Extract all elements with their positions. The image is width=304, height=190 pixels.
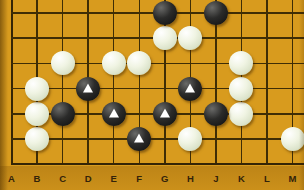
coordinate-label-F: F [136,173,142,184]
coordinate-label-A: A [8,173,15,184]
marked-black-stone-D4 [76,77,100,101]
marked-black-stone-H4 [178,77,202,101]
grid-vertical-line [266,0,268,165]
white-stone-E5 [102,51,126,75]
coordinate-label-J: J [213,173,218,184]
black-stone-J3 [204,102,228,126]
white-stone-G6 [153,26,177,50]
triangle-marker-icon [134,134,144,143]
grid-vertical-line [11,0,13,165]
coordinate-label-G: G [161,173,168,184]
coordinate-label-L: L [264,173,270,184]
grid-horizontal-line [11,88,304,90]
marked-black-stone-F2 [127,127,151,151]
coordinate-label-H: H [187,173,194,184]
go-app-screenshot: ABCDEFGHJKLM [0,0,304,190]
black-stone-G7 [153,1,177,25]
coordinate-label-C: C [59,173,66,184]
white-stone-M2 [281,127,304,151]
triangle-marker-icon [160,108,170,117]
white-stone-K5 [229,51,253,75]
triangle-marker-icon [185,83,195,92]
grid-horizontal-line [11,163,304,165]
white-stone-B3 [25,102,49,126]
white-stone-B2 [25,127,49,151]
coordinate-label-B: B [34,173,41,184]
coordinate-label-E: E [111,173,117,184]
white-stone-H6 [178,26,202,50]
white-stone-K3 [229,102,253,126]
grid-horizontal-line [11,138,304,140]
go-board[interactable] [0,0,304,190]
marked-black-stone-E3 [102,102,126,126]
white-stone-C5 [51,51,75,75]
black-stone-J7 [204,1,228,25]
coordinate-label-M: M [289,173,297,184]
coordinate-label-K: K [238,173,245,184]
white-stone-H2 [178,127,202,151]
white-stone-K4 [229,77,253,101]
triangle-marker-icon [109,108,119,117]
grid-vertical-line [62,0,64,165]
coordinate-label-D: D [85,173,92,184]
black-stone-C3 [51,102,75,126]
grid-vertical-line [113,0,115,165]
triangle-marker-icon [83,83,93,92]
marked-black-stone-G3 [153,102,177,126]
white-stone-B4 [25,77,49,101]
white-stone-F5 [127,51,151,75]
